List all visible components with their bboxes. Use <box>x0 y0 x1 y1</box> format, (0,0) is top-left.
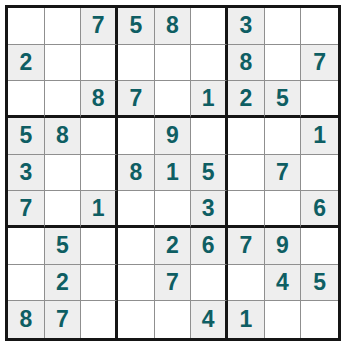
cell-r4c3[interactable] <box>81 118 118 155</box>
cell-r9c1: 8 <box>8 301 45 338</box>
cell-r9c2: 7 <box>45 301 82 338</box>
cell-r4c8[interactable] <box>265 118 302 155</box>
cell-r1c7: 3 <box>228 8 265 45</box>
cell-r3c9[interactable] <box>301 81 338 118</box>
cell-r6c3: 1 <box>81 191 118 228</box>
cell-r2c7: 8 <box>228 45 265 82</box>
cell-r8c9: 5 <box>301 265 338 302</box>
cell-r5c9[interactable] <box>301 155 338 192</box>
cell-r4c6[interactable] <box>191 118 228 155</box>
cell-r7c3[interactable] <box>81 228 118 265</box>
cell-r4c9: 1 <box>301 118 338 155</box>
cell-r4c1: 5 <box>8 118 45 155</box>
cell-r7c7: 7 <box>228 228 265 265</box>
cell-r4c2: 8 <box>45 118 82 155</box>
cell-r5c4: 8 <box>118 155 155 192</box>
cell-r6c5[interactable] <box>155 191 192 228</box>
cell-r5c8: 7 <box>265 155 302 192</box>
cell-r5c6: 5 <box>191 155 228 192</box>
cell-r9c5[interactable] <box>155 301 192 338</box>
cell-r2c4[interactable] <box>118 45 155 82</box>
cell-r7c5: 2 <box>155 228 192 265</box>
cell-r9c9[interactable] <box>301 301 338 338</box>
cell-r1c9[interactable] <box>301 8 338 45</box>
cell-r3c3: 8 <box>81 81 118 118</box>
cell-r1c4: 5 <box>118 8 155 45</box>
cell-r7c8: 9 <box>265 228 302 265</box>
cell-r5c3[interactable] <box>81 155 118 192</box>
cell-r7c9[interactable] <box>301 228 338 265</box>
cell-r4c5: 9 <box>155 118 192 155</box>
cell-r9c8[interactable] <box>265 301 302 338</box>
cell-r5c5: 1 <box>155 155 192 192</box>
cell-r3c7: 2 <box>228 81 265 118</box>
cell-r3c6: 1 <box>191 81 228 118</box>
cell-r6c7[interactable] <box>228 191 265 228</box>
cell-r6c8[interactable] <box>265 191 302 228</box>
cell-r8c4[interactable] <box>118 265 155 302</box>
cell-r2c2[interactable] <box>45 45 82 82</box>
cell-r2c3[interactable] <box>81 45 118 82</box>
cell-r1c5: 8 <box>155 8 192 45</box>
cell-r9c7: 1 <box>228 301 265 338</box>
cell-r2c5[interactable] <box>155 45 192 82</box>
cell-r3c2[interactable] <box>45 81 82 118</box>
cell-r1c2[interactable] <box>45 8 82 45</box>
cell-r5c7[interactable] <box>228 155 265 192</box>
cell-r5c1: 3 <box>8 155 45 192</box>
cell-r8c5: 7 <box>155 265 192 302</box>
cell-r7c6: 6 <box>191 228 228 265</box>
cell-r3c4: 7 <box>118 81 155 118</box>
cell-r8c7[interactable] <box>228 265 265 302</box>
cell-r8c2: 2 <box>45 265 82 302</box>
cell-r8c8: 4 <box>265 265 302 302</box>
cell-r1c8[interactable] <box>265 8 302 45</box>
cell-r2c6[interactable] <box>191 45 228 82</box>
cell-r6c9: 6 <box>301 191 338 228</box>
cell-r6c4[interactable] <box>118 191 155 228</box>
cell-r1c6[interactable] <box>191 8 228 45</box>
cell-r6c2[interactable] <box>45 191 82 228</box>
cell-r1c3: 7 <box>81 8 118 45</box>
cell-r3c1[interactable] <box>8 81 45 118</box>
cell-r3c8: 5 <box>265 81 302 118</box>
cell-r7c4[interactable] <box>118 228 155 265</box>
cell-r7c1[interactable] <box>8 228 45 265</box>
cell-r8c1[interactable] <box>8 265 45 302</box>
cell-r8c3[interactable] <box>81 265 118 302</box>
cell-r4c4[interactable] <box>118 118 155 155</box>
cell-r2c1: 2 <box>8 45 45 82</box>
cell-r3c5[interactable] <box>155 81 192 118</box>
cell-r8c6[interactable] <box>191 265 228 302</box>
cell-r2c8[interactable] <box>265 45 302 82</box>
cell-r9c6: 4 <box>191 301 228 338</box>
cell-r2c9: 7 <box>301 45 338 82</box>
cell-r9c3[interactable] <box>81 301 118 338</box>
cell-r4c7[interactable] <box>228 118 265 155</box>
cell-r6c1: 7 <box>8 191 45 228</box>
cell-r6c6: 3 <box>191 191 228 228</box>
cell-r9c4[interactable] <box>118 301 155 338</box>
cell-r1c1[interactable] <box>8 8 45 45</box>
sudoku-board: 75832878712558913815771365267927458741 <box>5 5 341 341</box>
cell-r5c2[interactable] <box>45 155 82 192</box>
cell-r7c2: 5 <box>45 228 82 265</box>
